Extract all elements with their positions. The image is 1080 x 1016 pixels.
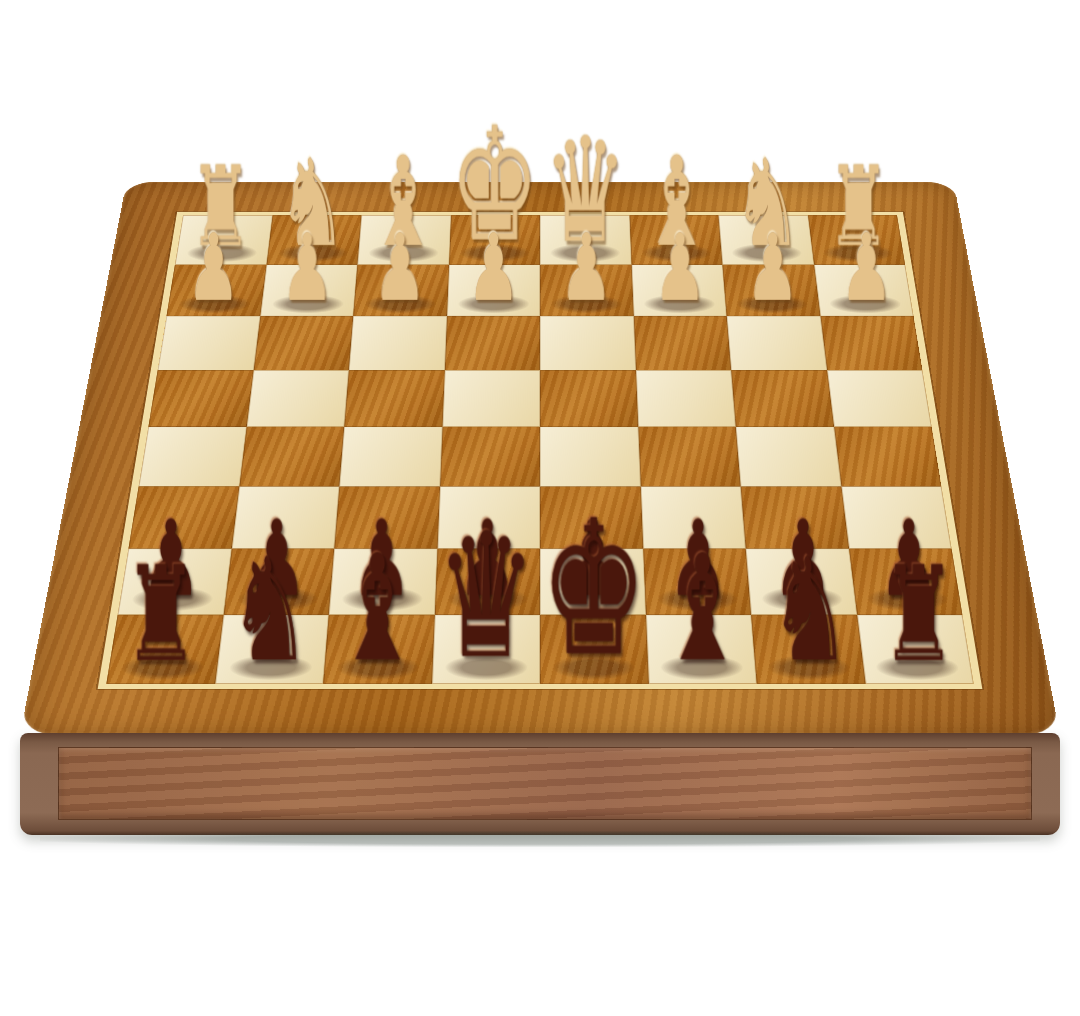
piece-light-pawn[interactable]: ♟ [746, 224, 799, 312]
chess-board: ♜♞♝♚♛♝♞♜♟♟♟♟♟♟♟♟♟♟♟♟♟♟♟♟♜♞♝♛♚♝♞♜ [98, 212, 983, 689]
square-c5[interactable] [638, 427, 741, 486]
board-frame: ♜♞♝♚♛♝♞♜♟♟♟♟♟♟♟♟♟♟♟♟♟♟♟♟♜♞♝♛♚♝♞♜ [20, 182, 1060, 735]
square-e8[interactable]: ♛ [432, 614, 540, 683]
square-c2[interactable]: ♟ [631, 264, 726, 316]
square-f4[interactable] [344, 370, 444, 427]
square-h2[interactable]: ♟ [167, 264, 267, 316]
piece-light-pawn[interactable]: ♟ [280, 224, 333, 312]
square-d8[interactable]: ♚ [540, 614, 648, 683]
square-e3[interactable] [444, 316, 540, 370]
square-g5[interactable] [239, 427, 344, 486]
square-a2[interactable]: ♟ [814, 264, 914, 316]
square-h8[interactable]: ♜ [106, 614, 223, 683]
piece-dark-rook[interactable]: ♜ [124, 554, 199, 679]
square-a5[interactable] [834, 427, 942, 486]
piece-dark-queen[interactable]: ♛ [436, 514, 535, 678]
piece-dark-rook[interactable]: ♜ [881, 554, 956, 679]
piece-dark-knight[interactable]: ♞ [229, 542, 311, 678]
piece-light-pawn[interactable]: ♟ [187, 224, 240, 312]
piece-dark-bishop[interactable]: ♝ [336, 539, 420, 678]
square-f5[interactable] [339, 427, 442, 486]
product-photo-scene: ♜♞♝♚♛♝♞♜♟♟♟♟♟♟♟♟♟♟♟♟♟♟♟♟♜♞♝♛♚♝♞♜ [0, 0, 1080, 1016]
square-e4[interactable] [442, 370, 540, 427]
square-g4[interactable] [246, 370, 349, 427]
square-a3[interactable] [820, 316, 922, 370]
storage-drawer[interactable] [58, 747, 1032, 820]
piece-dark-king[interactable]: ♚ [541, 501, 648, 678]
square-a8[interactable]: ♜ [857, 614, 974, 683]
piece-dark-knight[interactable]: ♞ [769, 542, 851, 678]
square-f2[interactable]: ♟ [353, 264, 448, 316]
square-c4[interactable] [636, 370, 736, 427]
piece-dark-bishop[interactable]: ♝ [660, 539, 744, 678]
chess-box-top: ♜♞♝♚♛♝♞♜♟♟♟♟♟♟♟♟♟♟♟♟♟♟♟♟♜♞♝♛♚♝♞♜ [20, 182, 1060, 735]
square-e5[interactable] [440, 427, 540, 486]
piece-light-pawn[interactable]: ♟ [840, 224, 893, 312]
piece-light-pawn[interactable]: ♟ [374, 224, 427, 312]
square-b8[interactable]: ♞ [751, 614, 865, 683]
square-h3[interactable] [158, 316, 260, 370]
square-c8[interactable]: ♝ [646, 614, 757, 683]
square-h5[interactable] [139, 427, 247, 486]
square-h4[interactable] [148, 370, 253, 427]
square-e2[interactable]: ♟ [447, 264, 540, 316]
square-g2[interactable]: ♟ [260, 264, 358, 316]
square-d4[interactable] [540, 370, 638, 427]
square-g8[interactable]: ♞ [215, 614, 329, 683]
square-d3[interactable] [540, 316, 636, 370]
square-a4[interactable] [827, 370, 932, 427]
square-b3[interactable] [727, 316, 827, 370]
square-b5[interactable] [736, 427, 841, 486]
square-b4[interactable] [731, 370, 834, 427]
square-f8[interactable]: ♝ [323, 614, 434, 683]
square-d5[interactable] [540, 427, 640, 486]
square-b2[interactable]: ♟ [723, 264, 821, 316]
piece-light-pawn[interactable]: ♟ [467, 224, 520, 312]
square-d2[interactable]: ♟ [540, 264, 633, 316]
square-f3[interactable] [349, 316, 447, 370]
ground-shadow [40, 831, 1040, 847]
square-c3[interactable] [633, 316, 731, 370]
box-front-panel [20, 733, 1060, 835]
square-g3[interactable] [253, 316, 353, 370]
piece-light-pawn[interactable]: ♟ [560, 224, 613, 312]
piece-light-pawn[interactable]: ♟ [653, 224, 706, 312]
